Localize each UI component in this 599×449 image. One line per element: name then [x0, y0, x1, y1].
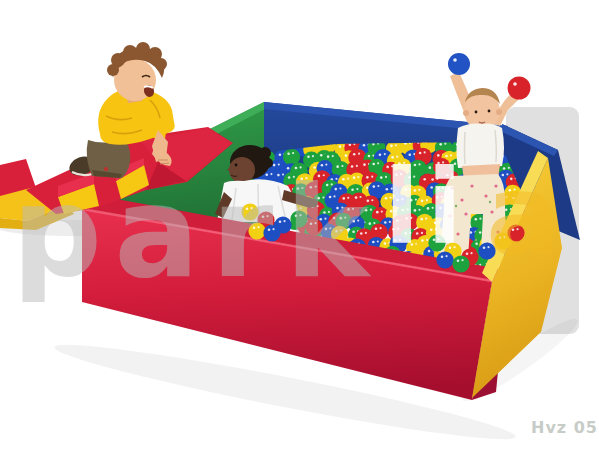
ball-highlight	[323, 211, 326, 214]
ball-highlight	[461, 259, 463, 261]
ball-highlight	[487, 246, 489, 248]
ball-highlight	[386, 166, 389, 169]
ball-highlight	[408, 154, 411, 157]
ball-highlight	[386, 188, 389, 191]
ball-highlight	[339, 145, 342, 148]
ball-highlight	[453, 58, 457, 62]
ball-highlight	[327, 155, 330, 158]
ball-highlight	[357, 176, 359, 178]
ball-highlight	[301, 187, 303, 189]
ball-highlight	[439, 207, 442, 210]
ball-highlight	[363, 163, 366, 166]
ball-highlight	[314, 222, 316, 224]
ball-highlight	[344, 216, 346, 218]
ball-highlight	[273, 164, 276, 167]
pit-ball	[507, 224, 524, 241]
ball-highlight	[401, 198, 403, 200]
baby-eye	[488, 110, 491, 113]
girl-face	[229, 157, 255, 183]
ball-highlight	[333, 195, 335, 197]
ball-highlight	[377, 162, 379, 164]
ball-highlight	[409, 232, 411, 234]
ball-highlight	[360, 232, 363, 235]
ball-highlight	[410, 217, 412, 219]
ball-highlight	[402, 209, 405, 212]
ball-highlight	[436, 196, 439, 199]
ball-highlight	[300, 177, 303, 180]
ball-highlight	[328, 211, 330, 213]
girl-hair-puff	[263, 158, 273, 168]
ball-highlight	[268, 228, 271, 231]
ball-highlight	[305, 177, 307, 179]
ball-highlight	[390, 210, 393, 213]
ball-highlight	[355, 196, 358, 199]
ball-highlight	[389, 221, 391, 223]
ball-highlight	[404, 232, 407, 235]
ball-highlight	[396, 199, 399, 202]
ball-highlight	[287, 167, 290, 170]
ball-highlight	[446, 174, 449, 177]
ball-highlight	[396, 219, 399, 222]
ball-highlight	[421, 239, 424, 242]
ball-highlight	[335, 230, 338, 233]
ball-highlight	[441, 255, 444, 258]
ball-highlight	[442, 187, 444, 189]
ball-highlight	[380, 176, 383, 179]
ball-highlight	[394, 239, 397, 242]
child-boy-climbing	[67, 42, 175, 179]
ball-pool-photo	[0, 0, 599, 449]
ball-highlight	[392, 228, 395, 231]
product-photo-stage: park li a Hvz 05	[0, 0, 599, 449]
ball-highlight	[352, 231, 355, 234]
ball-highlight	[503, 167, 506, 170]
ball-highlight	[508, 189, 511, 192]
ball-highlight	[353, 153, 356, 156]
ball-highlight	[334, 188, 337, 191]
ball-highlight	[397, 228, 399, 230]
pit-ball	[436, 251, 453, 268]
ball-highlight	[420, 218, 423, 221]
ball-highlight	[470, 252, 472, 254]
ball-highlight	[341, 165, 343, 167]
ball-highlight	[372, 154, 374, 156]
ball-highlight	[325, 228, 328, 231]
ball-highlight	[416, 232, 419, 235]
ball-highlight	[323, 174, 325, 176]
ball-highlight	[322, 196, 324, 198]
ball-highlight	[367, 200, 370, 203]
ball-highlight	[315, 186, 317, 188]
ball-highlight	[513, 188, 515, 190]
ball-highlight	[340, 229, 342, 231]
ball-highlight	[390, 197, 392, 199]
ball-highlight	[432, 207, 434, 209]
ball-highlight	[449, 246, 452, 249]
ball-highlight	[342, 178, 345, 181]
ball-highlight	[391, 187, 393, 189]
ball-highlight	[287, 152, 290, 155]
ball-highlight	[475, 242, 478, 245]
ball-highlight	[390, 145, 393, 148]
ball-highlight	[439, 143, 442, 146]
pit-ball	[478, 242, 495, 259]
ball-highlight	[505, 196, 507, 198]
ball-highlight	[292, 152, 294, 154]
ball-highlight	[508, 167, 510, 169]
ball-highlight	[299, 214, 301, 216]
held-red-ball	[508, 77, 531, 100]
ball-highlight	[257, 226, 259, 228]
pit-ball	[305, 218, 322, 235]
ball-highlight	[427, 207, 430, 210]
ball-highlight	[474, 218, 477, 221]
ball-highlight	[405, 217, 408, 220]
ball-highlight	[435, 228, 437, 230]
ball-highlight	[411, 243, 414, 246]
ball-highlight	[506, 173, 508, 175]
ball-highlight	[403, 162, 405, 164]
pit-ball	[452, 255, 469, 272]
ball-highlight	[324, 218, 326, 220]
ball-highlight	[253, 226, 256, 229]
ball-highlight	[347, 197, 349, 199]
ball-highlight	[483, 246, 486, 249]
ball-highlight	[295, 167, 298, 170]
ball-highlight	[418, 189, 420, 191]
ball-highlight	[299, 166, 301, 168]
ball-highlight	[317, 197, 320, 200]
ball-highlight	[270, 173, 272, 175]
ball-highlight	[329, 196, 332, 199]
ball-highlight	[246, 207, 249, 210]
ball-highlight	[423, 178, 426, 181]
ball-highlight	[445, 155, 448, 158]
ball-highlight	[339, 187, 341, 189]
pit-ball	[263, 224, 280, 241]
ball-highlight	[437, 187, 440, 190]
ball-highlight	[279, 220, 282, 223]
ball-highlight	[356, 165, 358, 167]
ball-highlight	[373, 185, 376, 188]
girl-hand	[309, 199, 318, 208]
ball-highlight	[426, 199, 428, 201]
pit-ball	[290, 210, 307, 227]
ball-highlight	[385, 176, 387, 178]
ball-highlight	[398, 162, 401, 165]
ball-highlight	[266, 215, 268, 217]
ball-highlight	[347, 208, 350, 211]
held-blue-ball	[448, 53, 470, 75]
ball-highlight	[395, 209, 397, 211]
ball-highlight	[431, 178, 434, 181]
ball-highlight	[319, 218, 322, 221]
ball-highlight	[335, 178, 337, 180]
ball-highlight	[510, 178, 513, 181]
ball-highlight	[415, 198, 417, 200]
product-code-label: Hvz 05	[531, 418, 598, 437]
ball-highlight	[318, 175, 321, 178]
ball-highlight	[313, 166, 316, 169]
pit-ball	[401, 213, 419, 231]
ball-highlight	[430, 228, 433, 231]
ball-highlight	[414, 164, 417, 167]
ball-highlight	[396, 156, 398, 158]
ball-highlight	[445, 255, 447, 257]
ball-highlight	[414, 189, 417, 192]
ball-highlight	[371, 176, 373, 178]
ball-highlight	[329, 227, 331, 229]
pit-ball	[248, 222, 265, 239]
ball-highlight	[512, 197, 515, 200]
ball-highlight	[399, 239, 401, 241]
ball-highlight	[395, 144, 397, 146]
ball-highlight	[283, 220, 285, 222]
ball-highlight	[265, 173, 268, 176]
ball-highlight	[444, 143, 446, 145]
ball-highlight	[434, 222, 437, 225]
ball-highlight	[419, 152, 422, 155]
ball-highlight	[516, 228, 518, 230]
ball-highlight	[352, 220, 355, 223]
ball-highlight	[340, 217, 343, 220]
pit-ball	[241, 203, 258, 220]
ball-highlight	[454, 162, 457, 165]
ball-highlight	[502, 174, 505, 177]
ball-highlight	[410, 199, 413, 202]
ball-highlight	[282, 173, 284, 175]
ball-highlight	[279, 153, 282, 156]
ball-highlight	[384, 153, 386, 155]
ball-highlight	[366, 176, 369, 179]
ball-highlight	[433, 238, 436, 241]
ball-highlight	[400, 173, 402, 175]
ball-highlight	[421, 232, 423, 234]
ball-highlight	[512, 228, 515, 231]
ball-highlight	[425, 217, 427, 219]
ball-highlight	[321, 164, 324, 167]
ball-highlight	[442, 161, 444, 163]
ball-highlight	[345, 154, 348, 157]
ball-highlight	[376, 211, 379, 214]
ball-highlight	[377, 240, 379, 242]
ball-highlight	[356, 188, 358, 190]
ball-highlight	[470, 231, 473, 234]
ball-highlight	[414, 209, 417, 212]
ball-highlight	[413, 176, 415, 178]
ball-highlight	[428, 250, 431, 253]
baby-ear	[463, 110, 469, 116]
ball-highlight	[513, 82, 517, 86]
ball-highlight	[499, 236, 502, 239]
boy-shorts-tag	[104, 167, 108, 171]
ball-highlight	[320, 154, 323, 157]
ball-highlight	[424, 151, 426, 153]
ball-highlight	[466, 252, 469, 255]
ball-highlight	[336, 207, 339, 210]
girl-eye	[235, 164, 238, 167]
ball-highlight	[363, 144, 366, 147]
ball-highlight	[395, 174, 398, 177]
ball-highlight	[371, 199, 373, 201]
ball-highlight	[336, 165, 339, 168]
ball-highlight	[379, 227, 381, 229]
ball-highlight	[479, 231, 482, 234]
ball-highlight	[407, 208, 409, 210]
ball-highlight	[295, 214, 298, 217]
ball-highlight	[250, 207, 252, 209]
ball-highlight	[307, 155, 310, 158]
ball-highlight	[312, 155, 314, 157]
ball-highlight	[372, 241, 375, 244]
ball-highlight	[391, 156, 394, 159]
ball-highlight	[384, 221, 387, 224]
ball-highlight	[331, 183, 333, 185]
ball-highlight	[441, 196, 443, 198]
ball-highlight	[368, 155, 371, 158]
ball-highlight	[385, 197, 388, 200]
ball-highlight	[430, 186, 433, 189]
ball-highlight	[310, 186, 313, 189]
ball-highlight	[272, 228, 274, 230]
ball-highlight	[365, 209, 368, 212]
ball-highlight	[297, 187, 300, 190]
ball-highlight	[505, 208, 508, 211]
ball-highlight	[333, 217, 336, 220]
girl-hair-puff	[259, 147, 271, 159]
ball-highlight	[384, 242, 387, 245]
ball-highlight	[358, 153, 360, 155]
ball-highlight	[277, 174, 280, 177]
ball-highlight	[429, 166, 432, 169]
ball-highlight	[357, 219, 359, 221]
ball-highlight	[381, 210, 383, 212]
ball-highlight	[325, 164, 327, 166]
pit-ball	[428, 234, 445, 251]
ball-highlight	[373, 222, 375, 224]
ball-highlight	[391, 165, 393, 167]
ball-highlight	[370, 209, 372, 211]
ball-highlight	[353, 176, 356, 179]
ball-highlight	[278, 163, 280, 165]
ball-highlight	[503, 236, 505, 238]
ball-highlight	[479, 218, 481, 220]
ball-highlight	[451, 174, 453, 176]
ball-highlight	[300, 207, 302, 209]
ball-highlight	[375, 228, 378, 231]
ball-highlight	[368, 222, 371, 225]
ball-highlight	[332, 155, 334, 157]
ball-highlight	[437, 162, 440, 165]
ball-highlight	[426, 239, 428, 241]
ball-highlight	[379, 153, 382, 156]
ball-highlight	[262, 215, 265, 218]
ball-highlight	[293, 176, 295, 178]
ball-highlight	[365, 232, 367, 234]
ball-highlight	[421, 200, 424, 203]
baby-eye	[475, 111, 478, 114]
ball-highlight	[436, 178, 438, 180]
ball-highlight	[351, 165, 354, 168]
ball-highlight	[351, 188, 354, 191]
ball-highlight	[359, 196, 361, 198]
ball-highlight	[288, 176, 291, 179]
ball-highlight	[326, 184, 329, 187]
ball-highlight	[310, 222, 313, 225]
ball-highlight	[408, 176, 411, 179]
ball-highlight	[453, 246, 455, 248]
ball-highlight	[450, 154, 452, 156]
ball-highlight	[352, 208, 354, 210]
ball-highlight	[342, 197, 345, 200]
ball-highlight	[418, 163, 420, 165]
ball-highlight	[372, 163, 375, 166]
ball-highlight	[418, 209, 420, 211]
ball-highlight	[437, 154, 440, 157]
ball-highlight	[457, 259, 460, 262]
ball-highlight	[377, 185, 379, 187]
ball-highlight	[404, 188, 407, 191]
ball-highlight	[341, 206, 343, 208]
baby-ear	[496, 109, 502, 115]
ball-highlight	[437, 238, 439, 240]
